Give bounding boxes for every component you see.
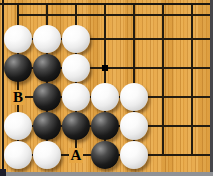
stone-white — [33, 25, 61, 53]
stone-black — [91, 112, 119, 140]
go-board[interactable]: AB — [4, 1, 207, 165]
stone-black — [91, 141, 119, 169]
stone-white — [62, 54, 90, 82]
stone-black — [4, 54, 32, 82]
stone-black — [33, 112, 61, 140]
point-label-B[interactable]: B — [11, 90, 25, 105]
go-problem-diagram: AB — [0, 0, 213, 176]
frame-top-line — [0, 3, 213, 5]
frame-left-line — [2, 0, 4, 172]
stone-white — [91, 83, 119, 111]
frame-bottom-bar — [0, 172, 213, 176]
point-label-A[interactable]: A — [69, 148, 84, 163]
stone-white — [120, 83, 148, 111]
stone-white — [62, 25, 90, 53]
stone-white — [4, 141, 32, 169]
frame-bottom-left-corner — [0, 169, 6, 176]
stone-white — [120, 141, 148, 169]
frame-right-bar — [210, 0, 213, 176]
stone-white — [33, 141, 61, 169]
stone-white — [120, 112, 148, 140]
stone-white — [4, 112, 32, 140]
stone-black — [33, 83, 61, 111]
stone-white — [4, 25, 32, 53]
stone-white — [62, 83, 90, 111]
stone-black — [33, 54, 61, 82]
stone-black — [62, 112, 90, 140]
